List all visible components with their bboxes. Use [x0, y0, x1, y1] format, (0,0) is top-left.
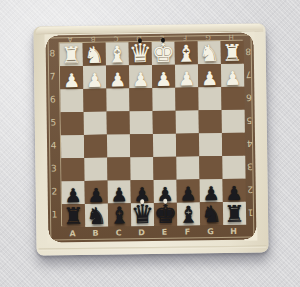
square-b5[interactable]: [84, 112, 107, 135]
white-finial-dot: [140, 199, 144, 204]
piece-white-bishop-c8[interactable]: ♝: [107, 43, 128, 66]
square-e7[interactable]: ♟: [152, 65, 175, 88]
piece-white-bishop-f8[interactable]: ♝: [176, 42, 197, 65]
piece-white-rook-h8[interactable]: ♜: [222, 42, 243, 65]
piece-white-pawn-g7[interactable]: ♟: [201, 69, 218, 88]
square-e6[interactable]: [152, 88, 175, 111]
corner-clip-bottom-right: [244, 228, 257, 241]
square-g7[interactable]: ♟: [198, 64, 221, 87]
white-finial-dot: [163, 199, 167, 204]
square-h8[interactable]: ♜: [221, 41, 244, 64]
square-c1[interactable]: ♝: [108, 203, 131, 226]
square-e5[interactable]: [153, 111, 176, 134]
square-h5[interactable]: [222, 110, 245, 133]
square-d8[interactable]: ♛: [129, 42, 152, 65]
square-e3[interactable]: [153, 157, 176, 180]
square-b1[interactable]: ♞: [85, 204, 108, 227]
rank-label: 3: [244, 155, 255, 178]
square-c5[interactable]: [107, 111, 130, 134]
square-c3[interactable]: [107, 157, 130, 180]
square-d6[interactable]: [129, 88, 152, 111]
square-a1[interactable]: ♜: [62, 204, 85, 227]
square-a4[interactable]: [61, 135, 84, 158]
square-c4[interactable]: [107, 134, 130, 157]
square-c8[interactable]: ♝: [106, 42, 129, 65]
piece-white-knight-g8[interactable]: ♞: [199, 42, 220, 65]
rank-label: 5: [47, 111, 60, 134]
tablecloth-background: ABCDEFGH 87654321 ♜♞♝♛♚♝♞♜♟♟♟♟♟♟♟♟♟♟♟♟♟♟…: [0, 0, 300, 287]
piece-black-rook-h1[interactable]: ♜: [224, 203, 245, 226]
piece-white-pawn-c7[interactable]: ♟: [109, 70, 126, 89]
piece-black-bishop-f1[interactable]: ♝: [178, 203, 199, 226]
square-a5[interactable]: [61, 112, 84, 135]
piece-black-queen-d1[interactable]: ♛: [131, 201, 155, 227]
rank-label: 6: [243, 86, 254, 109]
square-g3[interactable]: [199, 156, 222, 179]
square-b7[interactable]: ♟: [83, 66, 106, 89]
square-f4[interactable]: [176, 133, 199, 156]
rank-label: 2: [245, 178, 256, 201]
square-h4[interactable]: [222, 133, 245, 156]
square-f6[interactable]: [175, 87, 198, 110]
rank-label: 7: [46, 65, 59, 88]
squares-grid: ♜♞♝♛♚♝♞♜♟♟♟♟♟♟♟♟♟♟♟♟♟♟♟♟♜♞♝♛♚♝♞♜: [59, 40, 246, 227]
square-a7[interactable]: ♟: [60, 66, 83, 89]
square-e1[interactable]: ♚: [154, 203, 177, 226]
square-h3[interactable]: [222, 156, 245, 179]
rank-label: 5: [244, 109, 255, 132]
box-lid-seam: [39, 245, 267, 250]
rank-label: 7: [243, 63, 254, 86]
rank-label: 4: [47, 134, 60, 157]
rank-label: 4: [244, 132, 255, 155]
square-c2[interactable]: ♟: [108, 180, 131, 203]
piece-white-pawn-f7[interactable]: ♟: [178, 69, 195, 88]
piece-white-pawn-e7[interactable]: ♟: [155, 70, 172, 89]
piece-white-pawn-a7[interactable]: ♟: [63, 71, 80, 90]
square-b4[interactable]: [84, 135, 107, 158]
chess-board: ABCDEFGH 87654321 ♜♞♝♛♚♝♞♜♟♟♟♟♟♟♟♟♟♟♟♟♟♟…: [46, 33, 257, 243]
square-f1[interactable]: ♝: [177, 202, 200, 225]
square-b2[interactable]: ♟: [85, 181, 108, 204]
square-a8[interactable]: ♜: [60, 43, 83, 66]
square-c7[interactable]: ♟: [106, 65, 129, 88]
square-g4[interactable]: [199, 133, 222, 156]
rank-labels-right: 87654321: [243, 40, 257, 224]
piece-white-pawn-b7[interactable]: ♟: [86, 71, 103, 90]
square-f5[interactable]: [176, 110, 199, 133]
square-b3[interactable]: [84, 158, 107, 181]
rank-label: 1: [245, 201, 256, 224]
piece-white-pawn-d7[interactable]: ♟: [132, 70, 149, 89]
square-e4[interactable]: [153, 134, 176, 157]
square-d5[interactable]: [130, 111, 153, 134]
piece-white-rook-a8[interactable]: ♜: [61, 44, 82, 67]
travel-chess-box: ABCDEFGH 87654321 ♜♞♝♛♚♝♞♜♟♟♟♟♟♟♟♟♟♟♟♟♟♟…: [33, 23, 268, 255]
square-f8[interactable]: ♝: [175, 41, 198, 64]
square-b8[interactable]: ♞: [83, 43, 106, 66]
square-g6[interactable]: [198, 87, 221, 110]
square-c6[interactable]: [106, 88, 129, 111]
square-g5[interactable]: [199, 110, 222, 133]
square-h2[interactable]: ♟: [223, 179, 246, 202]
piece-black-bishop-c1[interactable]: ♝: [109, 204, 130, 227]
corner-clip-top-left: [45, 34, 58, 47]
square-f3[interactable]: [176, 156, 199, 179]
square-h1[interactable]: ♜: [223, 202, 246, 225]
square-b6[interactable]: [83, 89, 106, 112]
piece-white-knight-b8[interactable]: ♞: [84, 44, 105, 67]
square-d3[interactable]: [130, 157, 153, 180]
piece-white-king-e8[interactable]: ♚: [151, 40, 175, 66]
square-d7[interactable]: ♟: [129, 65, 152, 88]
square-e8[interactable]: ♚: [152, 42, 175, 65]
square-h7[interactable]: ♟: [221, 64, 244, 87]
piece-black-rook-a1[interactable]: ♜: [63, 205, 84, 228]
square-h6[interactable]: [221, 87, 244, 110]
rank-label: 3: [47, 157, 60, 180]
square-a2[interactable]: ♟: [62, 181, 85, 204]
square-f7[interactable]: ♟: [175, 64, 198, 87]
black-finial-dot: [161, 38, 165, 43]
square-g1[interactable]: ♞: [200, 202, 223, 225]
piece-black-knight-g1[interactable]: ♞: [201, 203, 222, 226]
corner-clip-top-right: [242, 32, 255, 45]
rank-label: 1: [48, 203, 61, 226]
square-f2[interactable]: ♟: [177, 179, 200, 202]
square-g8[interactable]: ♞: [198, 41, 221, 64]
square-g2[interactable]: ♟: [200, 179, 223, 202]
square-d1[interactable]: ♛: [131, 203, 154, 226]
rank-label: 6: [46, 88, 59, 111]
piece-white-pawn-h7[interactable]: ♟: [224, 69, 241, 88]
square-a3[interactable]: [61, 158, 84, 181]
piece-white-queen-d8[interactable]: ♛: [128, 40, 152, 66]
piece-black-king-e1[interactable]: ♚: [154, 201, 178, 227]
square-d4[interactable]: [130, 134, 153, 157]
piece-black-knight-b1[interactable]: ♞: [86, 205, 107, 228]
rank-label: 2: [48, 180, 61, 203]
square-a6[interactable]: [60, 89, 83, 112]
black-finial-dot: [138, 38, 142, 43]
corner-clip-bottom-left: [47, 230, 60, 243]
